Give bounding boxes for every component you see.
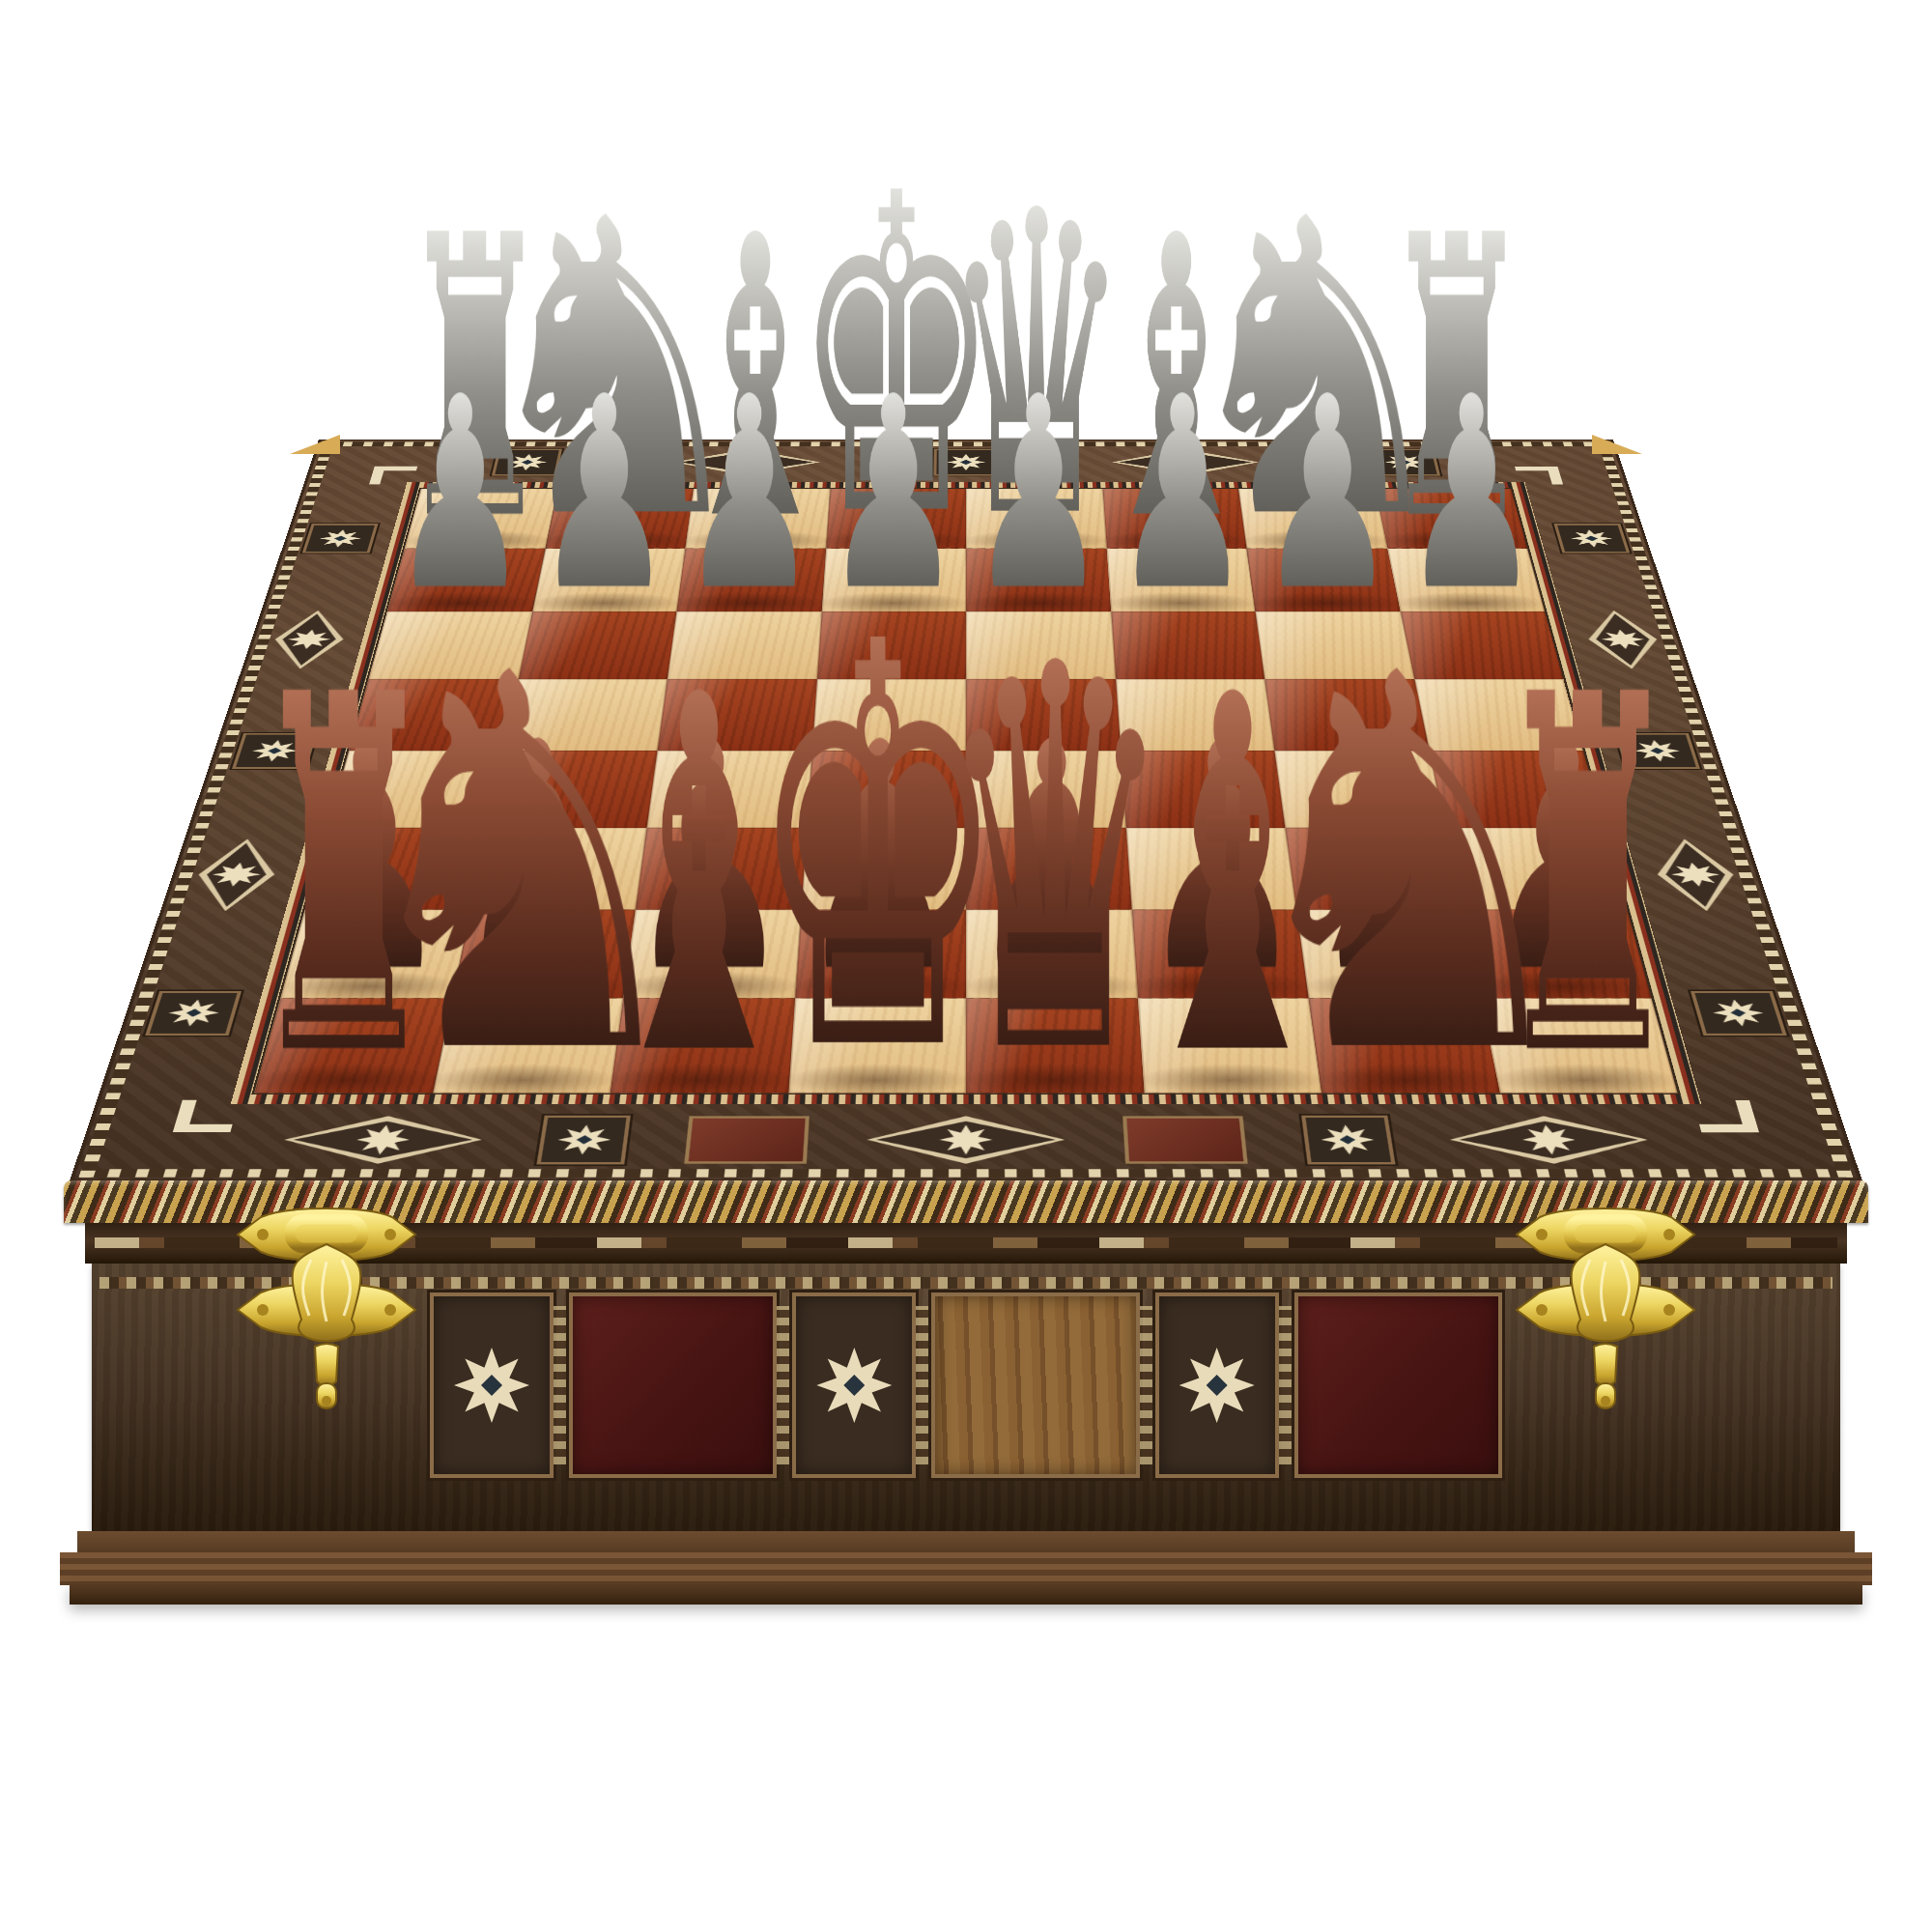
chess-board: ♜♞♝♚♛♝♞♜♟♟♟♟♟♟♟♟♟♟♟♟♟♟♟♟♜♞♝♚♛♝♞♜	[254, 489, 1677, 1093]
brass-latch-right[interactable]	[1509, 1202, 1702, 1424]
robed-lady-figure-icon: ♛	[936, 637, 1174, 1087]
border-near	[247, 1112, 1686, 1169]
corinthian-column-icon: ♜	[1491, 669, 1684, 1087]
inlay-red-tile	[684, 1116, 810, 1163]
inlay-diamond-tile	[1446, 1116, 1654, 1163]
panel-separator	[1140, 1306, 1155, 1464]
panel-separator	[777, 1306, 792, 1464]
front-panel-star	[1155, 1293, 1279, 1478]
striped-inlay-frame: ♜♞♝♚♛♝♞♜♟♟♟♟♟♟♟♟♟♟♟♟♟♟♟♟♜♞♝♚♛♝♞♜	[231, 482, 1702, 1104]
inlay-diamond-tile	[867, 1116, 1065, 1163]
square-h1[interactable]: ♜	[1480, 998, 1677, 1093]
inlay-star-tile	[1690, 991, 1787, 1036]
inlay-star-tile	[302, 524, 379, 553]
scene-3d: ♜♞♝♚♛♝♞♜♟♟♟♟♟♟♟♟♟♟♟♟♟♟♟♟♜♞♝♚♛♝♞♜	[0, 0, 1932, 1932]
front-panel-star	[792, 1293, 916, 1478]
panel-separator	[554, 1306, 569, 1464]
front-panel-red	[569, 1293, 777, 1478]
panel-separator	[1279, 1306, 1294, 1464]
corner-l-mark	[1692, 1100, 1759, 1132]
front-panel-star	[430, 1293, 554, 1478]
base-molding-middle	[60, 1552, 1872, 1585]
corner-l-mark	[173, 1100, 240, 1132]
front-panel-red	[1294, 1293, 1502, 1478]
square-e1[interactable]: ♛	[966, 998, 1144, 1093]
brass-latch-left[interactable]	[230, 1202, 423, 1424]
inlay-star-tile	[537, 1116, 631, 1165]
base-molding-top	[77, 1531, 1855, 1554]
product-photo-stage: ♜♞♝♚♛♝♞♜♟♟♟♟♟♟♟♟♟♟♟♟♟♟♟♟♜♞♝♚♛♝♞♜	[0, 0, 1932, 1932]
piece-white-copper-knight[interactable]: ♞	[1291, 867, 1499, 1089]
piece-white-copper-queen[interactable]: ♛	[966, 862, 1144, 1089]
front-panel-row	[430, 1293, 1502, 1478]
inlay-diamond-tile	[278, 1116, 486, 1163]
inlay-red-tile	[1122, 1116, 1248, 1163]
base-molding-bottom	[70, 1583, 1862, 1605]
inlay-star-tile	[145, 991, 241, 1036]
inlay-star-tile	[1554, 524, 1631, 553]
panel-separator	[916, 1306, 931, 1464]
chess-box-lid-top: ♜♞♝♚♛♝♞♜♟♟♟♟♟♟♟♟♟♟♟♟♟♟♟♟♜♞♝♚♛♝♞♜	[70, 440, 1863, 1182]
square-g1[interactable]: ♞	[1309, 998, 1500, 1093]
dashed-rim-near	[79, 1169, 1854, 1178]
front-panel-wood	[931, 1293, 1139, 1478]
inlay-star-tile	[1301, 1116, 1395, 1165]
